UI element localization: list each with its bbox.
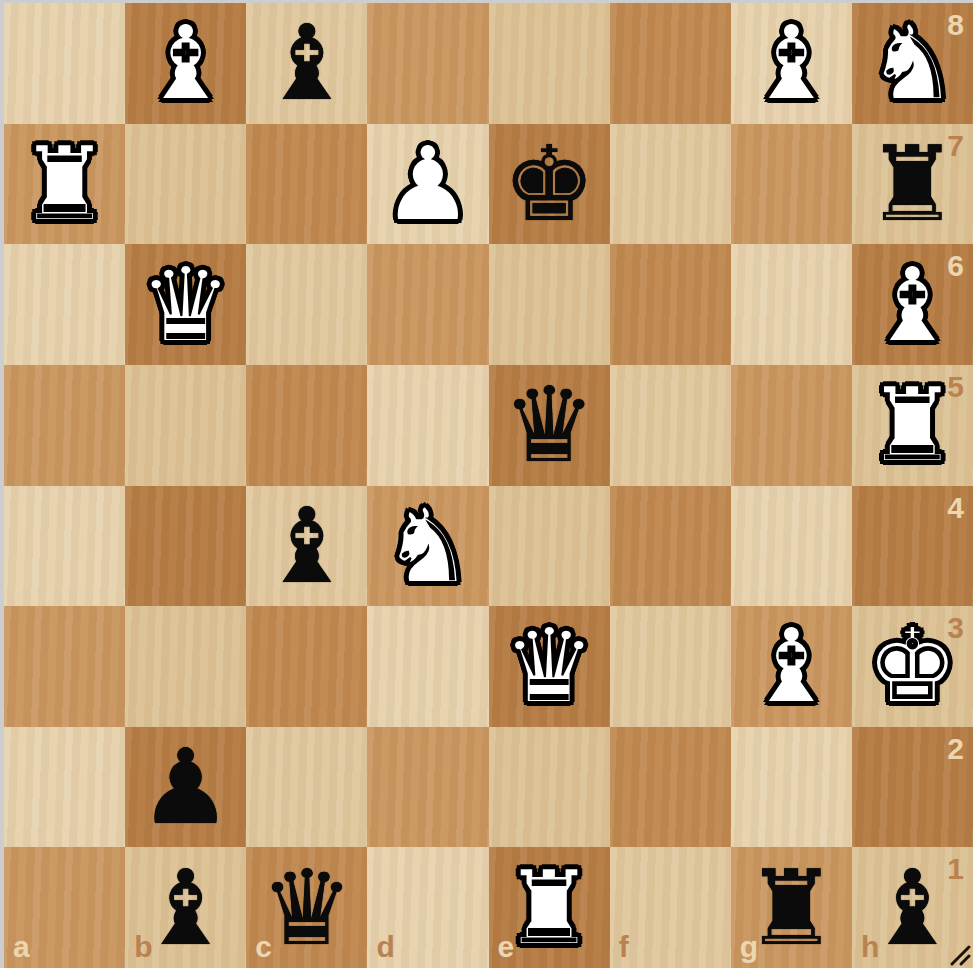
file-label-f: f xyxy=(619,932,629,962)
square-d3[interactable] xyxy=(367,606,488,727)
square-e6[interactable] xyxy=(489,244,610,365)
piece-white-bishop[interactable]: ♝ xyxy=(745,614,838,718)
file-label-d: d xyxy=(376,932,394,962)
square-g4[interactable] xyxy=(731,486,852,607)
square-d6[interactable] xyxy=(367,244,488,365)
square-b1[interactable]: b♝ xyxy=(125,847,246,968)
square-b3[interactable] xyxy=(125,606,246,727)
square-f4[interactable] xyxy=(610,486,731,607)
square-f8[interactable] xyxy=(610,3,731,124)
square-b7[interactable] xyxy=(125,124,246,245)
chess-board[interactable]: ♝♝♝8♞♜♟♚7♜♛6♝♛5♜♝♞4♛♝3♚♟2ab♝c♛de♜fg♜1h♝ xyxy=(4,3,973,968)
square-b4[interactable] xyxy=(125,486,246,607)
square-f7[interactable] xyxy=(610,124,731,245)
square-d5[interactable] xyxy=(367,365,488,486)
square-a5[interactable] xyxy=(4,365,125,486)
square-b5[interactable] xyxy=(125,365,246,486)
square-a1[interactable]: a xyxy=(4,847,125,968)
piece-black-bishop[interactable]: ♝ xyxy=(139,856,232,960)
piece-white-bishop[interactable]: ♝ xyxy=(139,11,232,115)
square-g2[interactable] xyxy=(731,727,852,848)
file-label-a: a xyxy=(13,932,30,962)
page-background: ♝♝♝8♞♜♟♚7♜♛6♝♛5♜♝♞4♛♝3♚♟2ab♝c♛de♜fg♜1h♝ xyxy=(0,0,973,968)
square-h7[interactable]: 7♜ xyxy=(852,124,973,245)
square-g6[interactable] xyxy=(731,244,852,365)
square-h2[interactable]: 2 xyxy=(852,727,973,848)
piece-black-rook[interactable]: ♜ xyxy=(866,132,959,236)
rank-label-2: 2 xyxy=(947,734,964,764)
piece-black-queen[interactable]: ♛ xyxy=(502,373,595,477)
piece-black-king[interactable]: ♚ xyxy=(502,132,595,236)
square-f3[interactable] xyxy=(610,606,731,727)
piece-black-pawn[interactable]: ♟ xyxy=(139,735,232,839)
square-c1[interactable]: c♛ xyxy=(246,847,367,968)
resize-handle-icon[interactable] xyxy=(946,941,972,967)
piece-white-rook[interactable]: ♜ xyxy=(18,132,111,236)
square-a2[interactable] xyxy=(4,727,125,848)
piece-white-bishop[interactable]: ♝ xyxy=(745,11,838,115)
piece-white-rook[interactable]: ♜ xyxy=(502,856,595,960)
square-e7[interactable]: ♚ xyxy=(489,124,610,245)
square-g7[interactable] xyxy=(731,124,852,245)
piece-black-bishop[interactable]: ♝ xyxy=(260,11,353,115)
piece-black-rook[interactable]: ♜ xyxy=(745,856,838,960)
square-g1[interactable]: g♜ xyxy=(731,847,852,968)
square-a7[interactable]: ♜ xyxy=(4,124,125,245)
piece-black-queen[interactable]: ♛ xyxy=(260,856,353,960)
square-e3[interactable]: ♛ xyxy=(489,606,610,727)
square-h8[interactable]: 8♞ xyxy=(852,3,973,124)
square-d1[interactable]: d xyxy=(367,847,488,968)
square-e5[interactable]: ♛ xyxy=(489,365,610,486)
square-g8[interactable]: ♝ xyxy=(731,3,852,124)
piece-white-king[interactable]: ♚ xyxy=(866,614,959,718)
square-c5[interactable] xyxy=(246,365,367,486)
piece-white-bishop[interactable]: ♝ xyxy=(866,253,959,357)
square-h5[interactable]: 5♜ xyxy=(852,365,973,486)
square-b6[interactable]: ♛ xyxy=(125,244,246,365)
piece-white-knight[interactable]: ♞ xyxy=(381,494,474,598)
rank-label-4: 4 xyxy=(947,493,964,523)
square-c4[interactable]: ♝ xyxy=(246,486,367,607)
square-b8[interactable]: ♝ xyxy=(125,3,246,124)
square-d2[interactable] xyxy=(367,727,488,848)
piece-white-queen[interactable]: ♛ xyxy=(139,253,232,357)
piece-white-knight[interactable]: ♞ xyxy=(866,11,959,115)
square-c3[interactable] xyxy=(246,606,367,727)
piece-white-pawn[interactable]: ♟ xyxy=(381,132,474,236)
square-e8[interactable] xyxy=(489,3,610,124)
square-h4[interactable]: 4 xyxy=(852,486,973,607)
square-c2[interactable] xyxy=(246,727,367,848)
square-a4[interactable] xyxy=(4,486,125,607)
square-e1[interactable]: e♜ xyxy=(489,847,610,968)
square-f2[interactable] xyxy=(610,727,731,848)
square-c7[interactable] xyxy=(246,124,367,245)
square-d8[interactable] xyxy=(367,3,488,124)
square-a3[interactable] xyxy=(4,606,125,727)
square-a8[interactable] xyxy=(4,3,125,124)
piece-white-rook[interactable]: ♜ xyxy=(866,373,959,477)
square-h6[interactable]: 6♝ xyxy=(852,244,973,365)
square-e4[interactable] xyxy=(489,486,610,607)
piece-black-bishop[interactable]: ♝ xyxy=(260,494,353,598)
square-d4[interactable]: ♞ xyxy=(367,486,488,607)
square-f1[interactable]: f xyxy=(610,847,731,968)
square-c8[interactable]: ♝ xyxy=(246,3,367,124)
piece-white-queen[interactable]: ♛ xyxy=(502,614,595,718)
square-h3[interactable]: 3♚ xyxy=(852,606,973,727)
square-e2[interactable] xyxy=(489,727,610,848)
square-a6[interactable] xyxy=(4,244,125,365)
square-f6[interactable] xyxy=(610,244,731,365)
square-g3[interactable]: ♝ xyxy=(731,606,852,727)
square-c6[interactable] xyxy=(246,244,367,365)
square-b2[interactable]: ♟ xyxy=(125,727,246,848)
square-g5[interactable] xyxy=(731,365,852,486)
square-d7[interactable]: ♟ xyxy=(367,124,488,245)
square-f5[interactable] xyxy=(610,365,731,486)
